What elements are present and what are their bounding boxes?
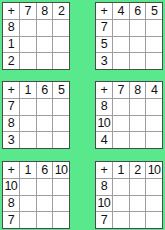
answer-cell[interactable] [20, 179, 36, 195]
answer-cell[interactable] [20, 196, 36, 212]
answer-cell[interactable] [130, 132, 146, 148]
row-header-cell: 10 [96, 196, 112, 212]
answer-cell[interactable] [37, 132, 53, 148]
col-header-cell: 4 [113, 3, 129, 19]
row-header-cell: 7 [3, 99, 19, 115]
col-header-cell: 6 [37, 82, 53, 98]
answer-cell[interactable] [53, 37, 69, 53]
addition-grid-1: +782812 [2, 2, 70, 70]
col-header-cell: 5 [53, 82, 69, 98]
row-header-cell: 7 [3, 212, 19, 228]
addition-grid-5: +16101087 [2, 161, 70, 229]
col-header-cell: 1 [20, 162, 36, 178]
operator-cell: + [96, 82, 112, 98]
operator-cell: + [96, 3, 112, 19]
col-header-cell: 2 [130, 162, 146, 178]
addition-grid-3: +165783 [2, 81, 70, 149]
addition-grid-4: +7848104 [95, 81, 163, 149]
answer-cell[interactable] [130, 53, 146, 69]
answer-cell[interactable] [130, 179, 146, 195]
answer-cell[interactable] [146, 20, 162, 36]
answer-cell[interactable] [37, 99, 53, 115]
answer-cell[interactable] [146, 132, 162, 148]
answer-cell[interactable] [146, 53, 162, 69]
answer-cell[interactable] [113, 99, 129, 115]
row-header-cell: 8 [96, 99, 112, 115]
answer-cell[interactable] [20, 116, 36, 132]
answer-cell[interactable] [113, 132, 129, 148]
row-header-cell: 3 [96, 53, 112, 69]
col-header-cell: 1 [20, 82, 36, 98]
addition-grid-2: +465753 [95, 2, 163, 70]
col-header-cell: 5 [146, 3, 162, 19]
answer-cell[interactable] [53, 53, 69, 69]
row-header-cell: 8 [3, 116, 19, 132]
row-header-cell: 5 [96, 37, 112, 53]
answer-cell[interactable] [113, 196, 129, 212]
answer-cell[interactable] [20, 53, 36, 69]
answer-cell[interactable] [146, 116, 162, 132]
col-header-cell: 10 [146, 162, 162, 178]
addition-worksheet: +782812 +465753 +165783 +7848104 +161010… [0, 0, 165, 230]
answer-cell[interactable] [20, 99, 36, 115]
row-header-cell: 10 [3, 179, 19, 195]
col-header-cell: 8 [37, 3, 53, 19]
answer-cell[interactable] [130, 212, 146, 228]
answer-cell[interactable] [146, 37, 162, 53]
addition-grid-6: +12108107 [95, 161, 163, 229]
answer-cell[interactable] [130, 99, 146, 115]
answer-cell[interactable] [130, 37, 146, 53]
answer-cell[interactable] [130, 116, 146, 132]
answer-cell[interactable] [53, 20, 69, 36]
row-header-cell: 8 [3, 20, 19, 36]
answer-cell[interactable] [146, 196, 162, 212]
row-header-cell: 7 [96, 20, 112, 36]
operator-cell: + [3, 162, 19, 178]
col-header-cell: 8 [130, 82, 146, 98]
answer-cell[interactable] [146, 179, 162, 195]
row-header-cell: 8 [96, 179, 112, 195]
col-header-cell: 10 [53, 162, 69, 178]
answer-cell[interactable] [113, 37, 129, 53]
answer-cell[interactable] [146, 212, 162, 228]
answer-cell[interactable] [53, 116, 69, 132]
answer-cell[interactable] [53, 196, 69, 212]
answer-cell[interactable] [130, 20, 146, 36]
row-header-cell: 1 [3, 37, 19, 53]
col-header-cell: 7 [20, 3, 36, 19]
row-header-cell: 8 [3, 196, 19, 212]
answer-cell[interactable] [37, 37, 53, 53]
operator-cell: + [3, 82, 19, 98]
answer-cell[interactable] [113, 20, 129, 36]
row-header-cell: 7 [96, 212, 112, 228]
answer-cell[interactable] [37, 116, 53, 132]
operator-cell: + [3, 3, 19, 19]
answer-cell[interactable] [37, 53, 53, 69]
answer-cell[interactable] [37, 196, 53, 212]
answer-cell[interactable] [20, 132, 36, 148]
answer-cell[interactable] [20, 37, 36, 53]
answer-cell[interactable] [53, 212, 69, 228]
col-header-cell: 2 [53, 3, 69, 19]
col-header-cell: 1 [113, 162, 129, 178]
row-header-cell: 2 [3, 53, 19, 69]
answer-cell[interactable] [53, 99, 69, 115]
answer-cell[interactable] [53, 132, 69, 148]
answer-cell[interactable] [113, 212, 129, 228]
answer-cell[interactable] [113, 116, 129, 132]
answer-cell[interactable] [20, 20, 36, 36]
col-header-cell: 4 [146, 82, 162, 98]
row-header-cell: 4 [96, 132, 112, 148]
answer-cell[interactable] [113, 179, 129, 195]
col-header-cell: 6 [37, 162, 53, 178]
answer-cell[interactable] [37, 20, 53, 36]
col-header-cell: 7 [113, 82, 129, 98]
answer-cell[interactable] [37, 179, 53, 195]
answer-cell[interactable] [130, 196, 146, 212]
col-header-cell: 6 [130, 3, 146, 19]
operator-cell: + [96, 162, 112, 178]
answer-cell[interactable] [53, 179, 69, 195]
row-header-cell: 10 [96, 116, 112, 132]
answer-cell[interactable] [37, 212, 53, 228]
row-header-cell: 3 [3, 132, 19, 148]
answer-cell[interactable] [113, 53, 129, 69]
answer-cell[interactable] [20, 212, 36, 228]
answer-cell[interactable] [146, 99, 162, 115]
